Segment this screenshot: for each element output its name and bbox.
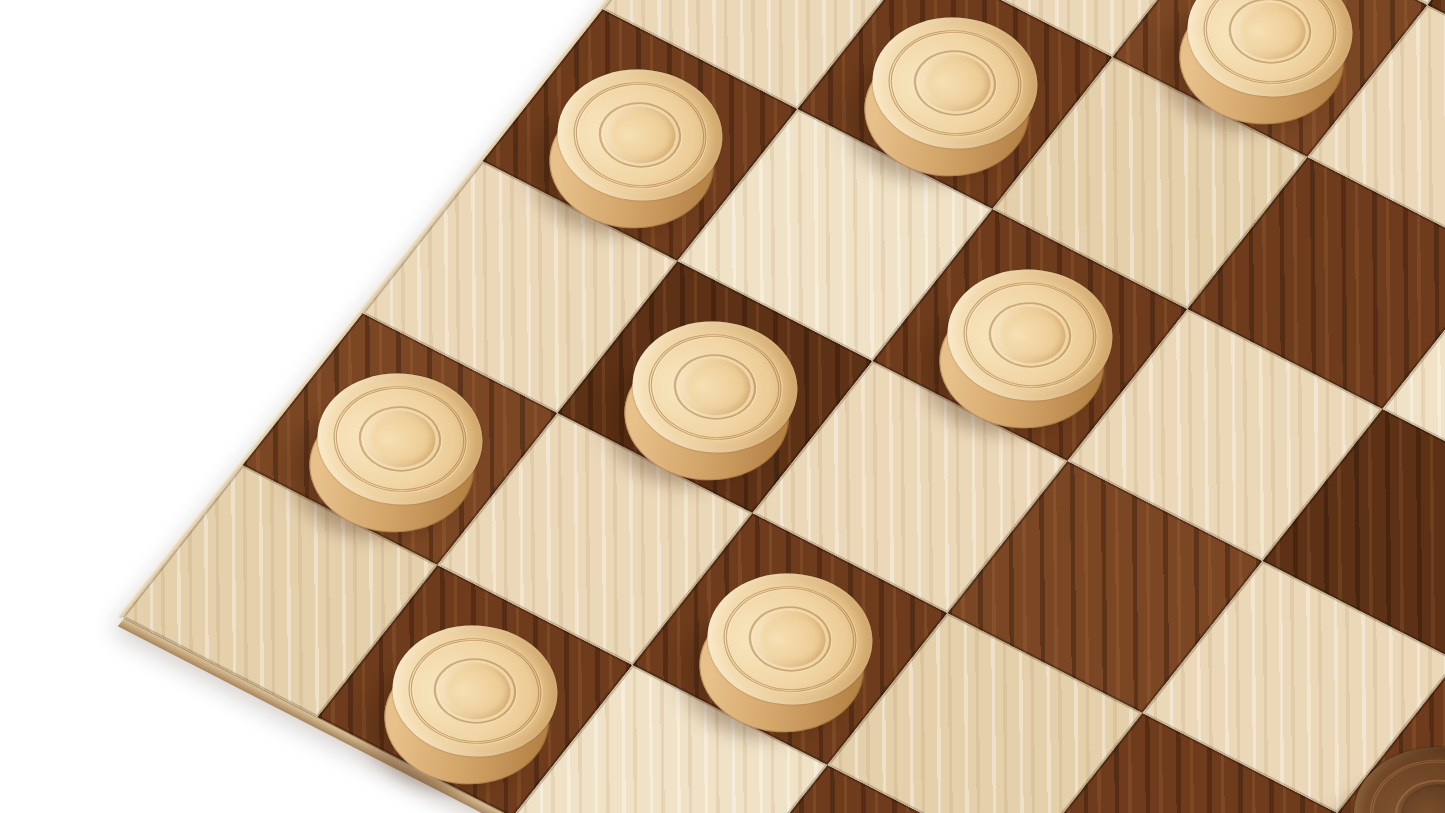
piece-center-dome [906, 44, 1004, 122]
piece-center-dome [741, 600, 839, 678]
checkers-board-photo [0, 0, 1445, 813]
piece-center-dome [426, 652, 524, 730]
checkers-board [123, 0, 1445, 813]
piece-center-dome [666, 348, 764, 426]
piece-center-dome [1221, 0, 1319, 70]
piece-center-dome [981, 296, 1079, 374]
piece-center-dome [351, 400, 449, 478]
piece-center-dome [1386, 772, 1445, 813]
piece-center-dome [591, 96, 689, 174]
